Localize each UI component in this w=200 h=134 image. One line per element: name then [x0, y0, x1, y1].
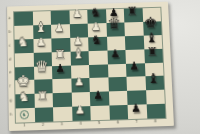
square-g3	[53, 93, 72, 108]
white-knight-c1: ♞	[17, 36, 28, 49]
square-g8	[146, 90, 165, 105]
left-coordinate-f: f	[9, 80, 11, 94]
black-pawn-g5: ♟	[93, 90, 103, 101]
chess-board: 12345678abcdefgh ♞ ♚♛♜♜♝♝♞♞♟♟♟♟♟♟♟♚♛♜♜♝♝…	[7, 2, 174, 131]
white-queen-e2: ♛	[35, 60, 49, 75]
bottom-coordinate-1: 1	[15, 123, 34, 128]
left-coordinate-g: g	[9, 94, 12, 108]
left-coordinate-b: b	[8, 25, 11, 39]
white-rook-d3: ♜	[54, 48, 66, 61]
square-d1	[15, 52, 34, 66]
vinyl-board-sheet: 12345678abcdefgh ♞ ♚♛♜♜♝♝♞♞♟♟♟♟♟♟♟♚♛♜♜♝♝…	[7, 2, 174, 131]
bottom-coordinate-7: 7	[127, 119, 146, 124]
white-pawn-c2: ♟	[36, 36, 46, 47]
white-pawn-a4: ♟	[72, 8, 82, 19]
square-g6	[108, 91, 127, 106]
left-coordinate-c: c	[9, 39, 11, 53]
square-e5	[89, 64, 108, 78]
bottom-coordinate-4: 4	[71, 121, 90, 126]
white-pawn-h4: ♟	[75, 104, 85, 115]
white-pawn-b3: ♟	[54, 22, 64, 33]
black-rook-d8: ♜	[146, 45, 158, 58]
white-pawn-f4: ♟	[74, 77, 84, 88]
black-knight-a5: ♞	[90, 6, 101, 19]
square-h3	[53, 107, 72, 122]
square-f6	[108, 77, 127, 91]
black-knight-c5: ♞	[91, 33, 103, 46]
white-bishop-d4: ♝	[72, 46, 84, 60]
square-b7	[124, 22, 143, 36]
black-rook-a7: ♜	[126, 5, 138, 17]
black-pawn-e7: ♟	[129, 61, 139, 72]
bottom-coordinate-8: 8	[146, 118, 165, 123]
square-h6	[109, 105, 128, 120]
left-coordinate-d: d	[9, 52, 12, 66]
square-h8	[146, 104, 165, 119]
left-coordinate-h: h	[10, 108, 13, 122]
black-pawn-h7: ♟	[131, 103, 141, 114]
bottom-coordinate-3: 3	[52, 121, 71, 126]
square-d5	[89, 50, 108, 64]
left-coordinate-a: a	[8, 11, 11, 25]
black-bishop-c8: ♝	[145, 31, 158, 45]
square-f3	[52, 79, 71, 93]
pieces-layer: ♚♛♜♜♝♝♞♞♟♟♟♟♟♟♟♚♛♜♜♝♝♞♞♟♟♟♟♟♟	[7, 2, 168, 7]
white-knight-g1: ♞	[18, 91, 30, 104]
black-pawn-d6: ♟	[110, 48, 120, 59]
square-a1	[14, 12, 33, 26]
bottom-coordinate-5: 5	[90, 120, 109, 125]
square-e6	[107, 63, 126, 77]
white-bishop-b2: ♝	[35, 20, 47, 34]
left-coordinate-e: e	[9, 66, 12, 80]
black-pawn-e3: ♟	[55, 63, 65, 74]
board-logo: ♞	[19, 110, 28, 119]
bottom-coordinate-2: 2	[34, 122, 53, 127]
photo-background: 12345678abcdefgh ♞ ♚♛♜♜♝♝♞♞♟♟♟♟♟♟♟♚♛♜♜♝♝…	[0, 0, 200, 134]
black-queen-b6: ♛	[107, 17, 121, 32]
square-h2	[34, 107, 53, 122]
bottom-coordinate-6: 6	[108, 120, 127, 125]
white-king-f1: ♚	[17, 74, 31, 89]
white-rook-g2: ♜	[37, 90, 49, 103]
coordinate-labels: 12345678abcdefgh	[7, 2, 168, 7]
black-bishop-f8: ♝	[147, 72, 160, 86]
square-f7	[126, 77, 145, 91]
square-c7	[125, 35, 144, 49]
square-h5	[90, 106, 109, 121]
